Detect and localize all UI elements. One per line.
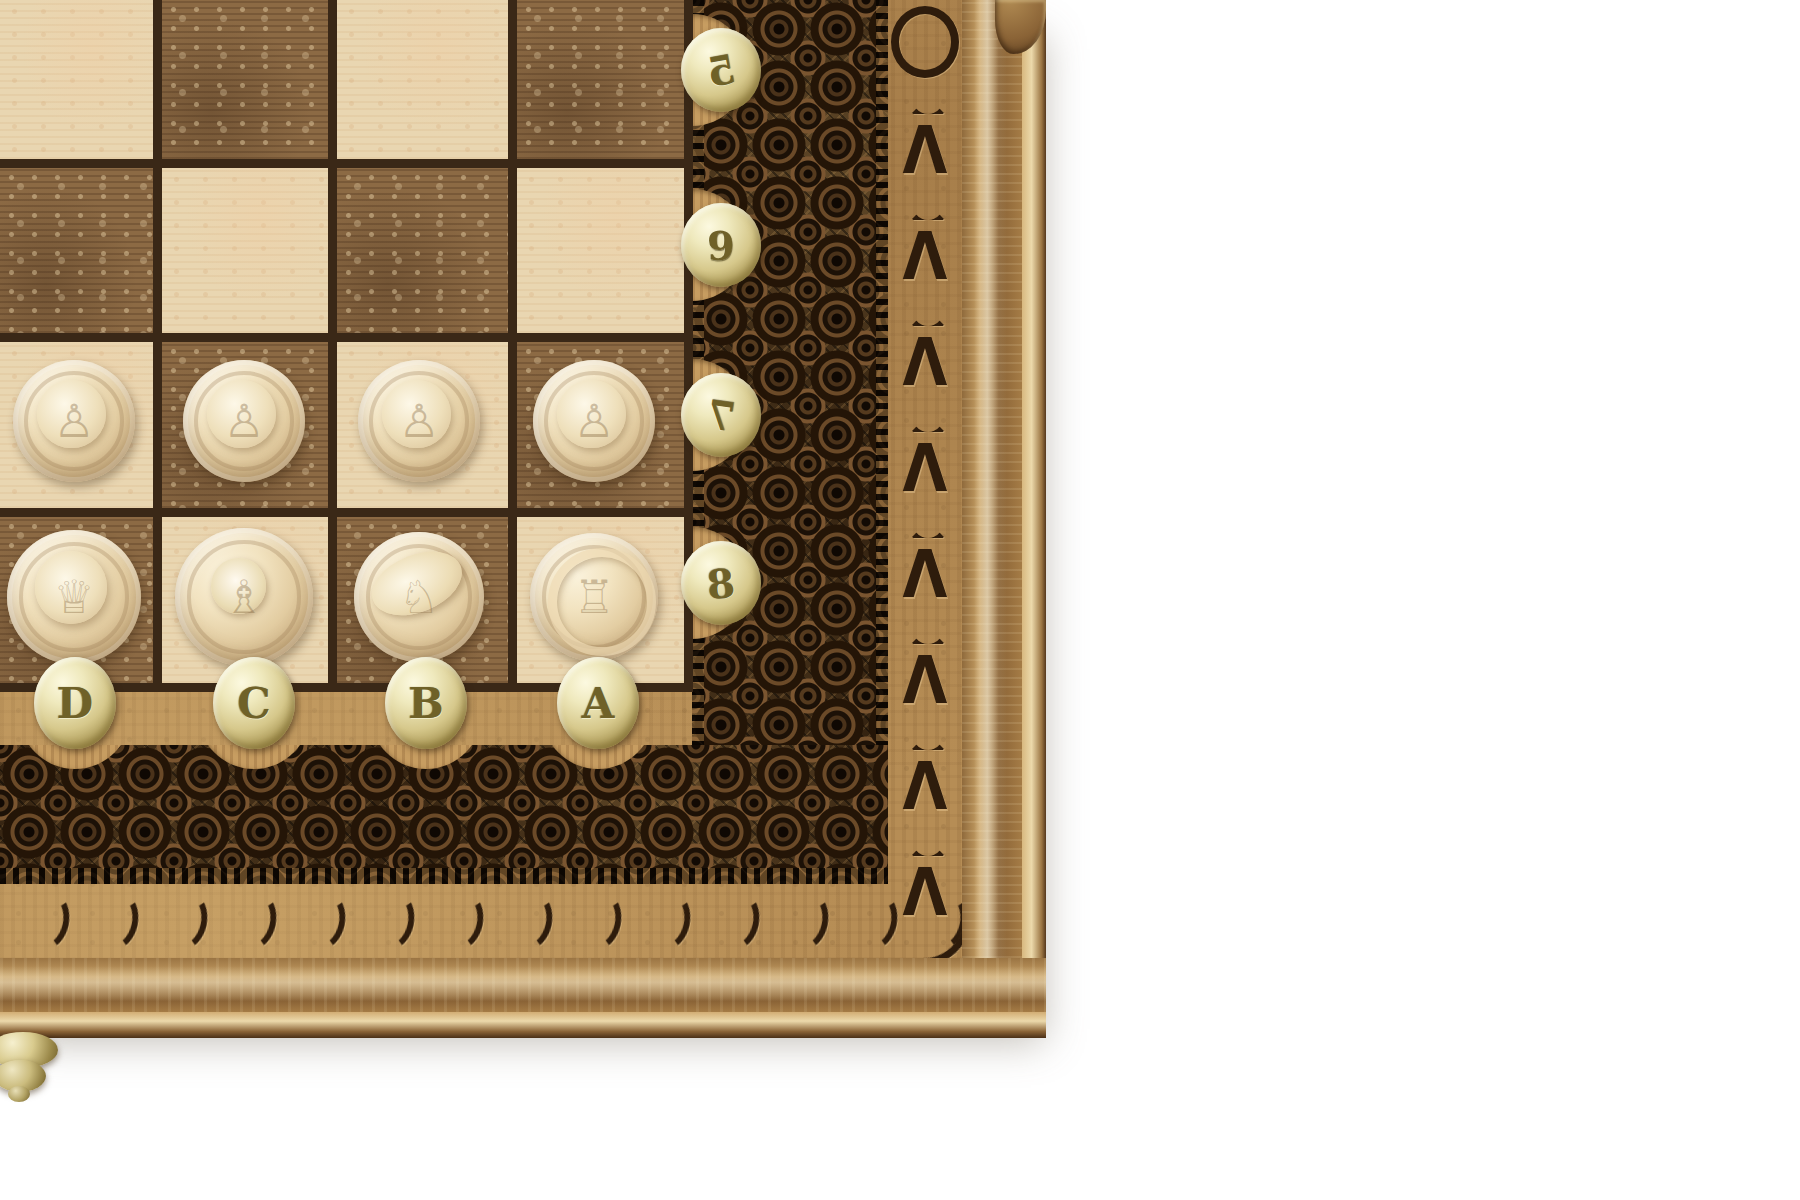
crescent-carving — [366, 888, 419, 953]
ring-carving — [891, 6, 959, 78]
bishop-glyph: ♗ — [223, 570, 264, 624]
arc-carving — [903, 728, 947, 750]
crescent-carving — [435, 888, 488, 953]
arc-carving — [903, 198, 947, 220]
box-bevel-right — [962, 0, 1022, 1012]
brass-clasp-knob[interactable] — [0, 1030, 60, 1102]
crescent-carving — [711, 888, 764, 953]
piece-white-queen-d8[interactable]: ♕ — [7, 530, 141, 664]
crescent-carving — [21, 888, 74, 953]
box-edge-bottom — [0, 1012, 1046, 1038]
arrow-carving: Λ — [903, 220, 948, 294]
arc-carving — [903, 516, 947, 538]
arrow-carving: Λ — [903, 432, 948, 506]
arc-carving — [903, 92, 947, 114]
arc-carving — [903, 304, 947, 326]
carved-frame-right-motifs: ΛΛΛΛΛΛΛΛ — [888, 0, 962, 958]
piece-white-knight-b8[interactable]: ♘ — [354, 532, 484, 662]
piece-white-pawn-a7[interactable]: ♙ — [533, 360, 655, 482]
square-a6[interactable] — [517, 168, 684, 333]
box-edge-right — [1022, 0, 1046, 1038]
square-c6[interactable] — [162, 168, 328, 333]
pawn-glyph: ♙ — [53, 394, 94, 448]
crescent-carving — [642, 888, 695, 953]
clasp-knob-tip — [8, 1086, 30, 1102]
knight-glyph: ♘ — [398, 570, 439, 624]
crescent-carving — [159, 888, 212, 953]
piece-white-pawn-d7[interactable]: ♙ — [13, 360, 135, 482]
crescent-carving — [297, 888, 350, 953]
crescent-carving — [504, 888, 557, 953]
pawn-glyph: ♙ — [398, 394, 439, 448]
box-bevel-bottom — [0, 958, 1046, 1012]
crescent-carving — [849, 888, 902, 953]
arc-carving — [903, 410, 947, 432]
square-d6[interactable] — [0, 168, 153, 333]
rank-pin-7: 7 — [681, 373, 761, 457]
rook-glyph: ♖ — [573, 570, 614, 624]
arrow-carving: Λ — [903, 644, 948, 718]
arrow-carving: Λ — [903, 750, 948, 824]
photo-canvas: ΛΛΛΛΛΛΛΛ ♖♘♗♕♙♙♙♙ DCBA5678 — [0, 0, 1800, 1200]
chip-carved-border-bottom — [0, 745, 888, 884]
square-a5[interactable] — [517, 0, 684, 159]
square-b6[interactable] — [337, 168, 508, 333]
piece-white-bishop-c8[interactable]: ♗ — [175, 528, 313, 666]
pawn-glyph: ♙ — [573, 394, 614, 448]
crescent-carving — [573, 888, 626, 953]
square-c5[interactable] — [162, 0, 328, 159]
pawn-glyph: ♙ — [223, 394, 264, 448]
carved-frame-bottom-motifs — [0, 884, 962, 958]
file-pin-b: B — [385, 657, 467, 749]
file-pin-a: A — [557, 657, 639, 749]
crescent-carving — [90, 888, 143, 953]
carved-wooden-chess-box: ΛΛΛΛΛΛΛΛ ♖♘♗♕♙♙♙♙ DCBA5678 — [0, 0, 1046, 1038]
piece-white-rook-a8[interactable]: ♖ — [530, 533, 658, 661]
file-pin-d: D — [34, 657, 116, 749]
rank-pin-8: 8 — [681, 541, 761, 625]
piece-white-pawn-c7[interactable]: ♙ — [183, 360, 305, 482]
square-b5[interactable] — [337, 0, 508, 159]
rank-pin-5: 5 — [681, 28, 761, 112]
crescent-carving — [228, 888, 281, 953]
arrow-carving: Λ — [903, 326, 948, 400]
file-pin-c: C — [213, 657, 295, 749]
square-d5[interactable] — [0, 0, 153, 159]
crescent-carving — [780, 888, 833, 953]
rank-pin-6: 6 — [681, 203, 761, 287]
arrow-carving: Λ — [903, 114, 948, 188]
arc-carving — [903, 834, 947, 856]
piece-white-pawn-b7[interactable]: ♙ — [358, 360, 480, 482]
arc-carving — [903, 622, 947, 644]
queen-glyph: ♕ — [53, 570, 94, 624]
arrow-carving: Λ — [903, 538, 948, 612]
